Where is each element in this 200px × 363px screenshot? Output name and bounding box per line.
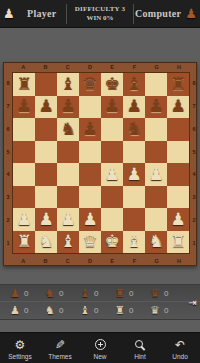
coordinate-label: 3: [4, 186, 12, 209]
square-d1[interactable]: ♛: [79, 231, 101, 254]
white-captured-bishop-counter: ♝0: [80, 305, 115, 316]
square-h3[interactable]: [167, 186, 189, 209]
coordinate-label: E: [101, 63, 123, 72]
coordinate-label: 7: [4, 95, 12, 118]
black-pawn[interactable]: ♟: [170, 98, 185, 115]
captured-count: 0: [164, 289, 168, 298]
coordinate-label: 4: [4, 163, 12, 186]
white-pawn-icon: ♟: [3, 7, 15, 20]
file-labels-top: ABCDEFGH: [12, 63, 190, 72]
square-g4[interactable]: ♟: [145, 163, 167, 186]
black-knight[interactable]: ♞: [126, 121, 141, 138]
square-h7[interactable]: ♟: [167, 96, 189, 119]
brown-pawn-icon: ♟: [185, 7, 197, 20]
square-e7[interactable]: ♟: [101, 96, 123, 119]
undo-arrow-icon: ↶: [175, 338, 185, 352]
coordinate-label: 6: [4, 118, 12, 141]
rank-labels-right: 87654321: [190, 72, 198, 254]
captured-count: 0: [164, 306, 168, 315]
chess-board-frame: ABCDEFGH 87654321 87654321 ♜♝♛♚♝♜♟♟♟♟♟♟♟…: [3, 62, 197, 266]
square-c3[interactable]: [57, 186, 79, 209]
top-status-bar: ♟ Player DIFFICULTY 3 WIN 0% Computer ♟: [0, 0, 200, 28]
coordinate-label: 1: [4, 231, 12, 254]
square-e2[interactable]: [101, 208, 123, 231]
coordinate-label: E: [101, 257, 123, 266]
bishop-icon: ♝: [80, 288, 90, 299]
square-b7[interactable]: ♟: [35, 96, 57, 119]
square-e8[interactable]: ♚: [101, 73, 123, 96]
square-b2[interactable]: ♟: [35, 208, 57, 231]
black-knight[interactable]: ♞: [60, 121, 75, 138]
black-captured-bishop-counter: ♝0: [80, 288, 115, 299]
tray-collapse-icon[interactable]: ⇥: [186, 296, 199, 309]
square-f7[interactable]: ♟: [123, 96, 145, 119]
black-rook[interactable]: ♜: [16, 76, 31, 93]
square-f4[interactable]: ♟: [123, 163, 145, 186]
square-g3[interactable]: [145, 186, 167, 209]
hint-label: Hint: [134, 353, 146, 360]
settings-button[interactable]: ⚙ Settings: [0, 333, 40, 363]
knight-icon: ♞: [45, 288, 55, 299]
coordinate-label: 2: [190, 209, 198, 232]
captured-count: 0: [59, 289, 63, 298]
square-b5[interactable]: [35, 141, 57, 164]
black-capture-tray: ♟0♞0♝0♜0♛0: [0, 285, 200, 302]
captured-count: 0: [24, 306, 28, 315]
file-labels-bottom: ABCDEFGH: [12, 255, 190, 267]
square-d3[interactable]: [79, 186, 101, 209]
black-queen[interactable]: ♛: [82, 76, 97, 93]
rook-icon: ♜: [115, 305, 125, 316]
square-b8[interactable]: [35, 73, 57, 96]
coordinate-label: 4: [190, 163, 198, 186]
coordinate-label: A: [12, 63, 34, 72]
coordinate-label: G: [146, 257, 168, 266]
difficulty-label: DIFFICULTY 3: [67, 5, 133, 14]
square-a6[interactable]: [13, 118, 35, 141]
square-h6[interactable]: [167, 118, 189, 141]
square-c5[interactable]: [57, 141, 79, 164]
computer-label: Computer: [134, 8, 182, 19]
white-captured-knight-counter: ♞0: [45, 305, 80, 316]
square-c1[interactable]: ♝: [57, 231, 79, 254]
coordinate-label: H: [168, 257, 190, 266]
square-e3[interactable]: [101, 186, 123, 209]
queen-icon: ♛: [150, 305, 160, 316]
settings-label: Settings: [8, 353, 32, 360]
coordinate-label: 3: [190, 186, 198, 209]
black-captured-queen-counter: ♛0: [150, 288, 185, 299]
white-pawn[interactable]: ♟: [126, 166, 141, 183]
themes-button[interactable]: ✎ Themes: [40, 333, 80, 363]
capture-trays: ♟0♞0♝0♜0♛0 ♟0♞0♝0♜0♛0 ⇥: [0, 284, 200, 320]
coordinate-label: 8: [4, 72, 12, 95]
black-pawn[interactable]: ♟: [16, 98, 31, 115]
brush-icon: ✎: [55, 338, 65, 352]
white-rook[interactable]: ♜: [170, 233, 185, 250]
square-h2[interactable]: ♟: [167, 208, 189, 231]
white-captured-pawn-counter: ♟0: [10, 305, 45, 316]
white-pawn[interactable]: ♟: [104, 166, 119, 183]
square-d7[interactable]: [79, 96, 101, 119]
black-bishop[interactable]: ♝: [60, 76, 75, 93]
white-pawn[interactable]: ♟: [60, 211, 75, 228]
coordinate-label: 1: [190, 231, 198, 254]
captured-count: 0: [129, 306, 133, 315]
black-captured-knight-counter: ♞0: [45, 288, 80, 299]
square-g5[interactable]: [145, 141, 167, 164]
coordinate-label: D: [79, 257, 101, 266]
player-label: Player: [18, 8, 66, 19]
chess-app: ♟ Player DIFFICULTY 3 WIN 0% Computer ♟ …: [0, 0, 200, 363]
square-e1[interactable]: ♚: [101, 231, 123, 254]
bishop-icon: ♝: [80, 305, 90, 316]
square-c8[interactable]: ♝: [57, 73, 79, 96]
undo-button[interactable]: ↶ Undo: [160, 333, 200, 363]
coordinate-label: 5: [190, 140, 198, 163]
square-b4[interactable]: [35, 163, 57, 186]
coordinate-label: C: [57, 257, 79, 266]
white-knight[interactable]: ♞: [148, 233, 163, 250]
rank-labels-left: 87654321: [4, 72, 12, 254]
white-pawn[interactable]: ♟: [170, 211, 185, 228]
white-king[interactable]: ♚: [104, 233, 119, 250]
white-pawn[interactable]: ♟: [38, 211, 53, 228]
coordinate-label: F: [123, 63, 145, 72]
chess-board: ♜♝♛♚♝♜♟♟♟♟♟♟♟♞♟♞♟♟♟♟♟♟♟♟♜♞♝♛♚♝♞♜: [12, 72, 190, 254]
coordinate-label: C: [57, 63, 79, 72]
plus-circle-icon: [95, 338, 106, 352]
square-g6[interactable]: [145, 118, 167, 141]
black-pawn[interactable]: ♟: [60, 98, 75, 115]
coordinate-label: 7: [190, 95, 198, 118]
magnifier-icon: [137, 338, 143, 352]
undo-label: Undo: [172, 353, 188, 360]
white-knight[interactable]: ♞: [38, 233, 53, 250]
new-game-button[interactable]: New: [80, 333, 120, 363]
coordinate-label: H: [168, 63, 190, 72]
square-a1[interactable]: ♜: [13, 231, 35, 254]
square-g8[interactable]: [145, 73, 167, 96]
square-c6[interactable]: ♞: [57, 118, 79, 141]
white-queen[interactable]: ♛: [82, 233, 97, 250]
coordinate-label: 5: [4, 140, 12, 163]
coordinate-label: A: [12, 257, 34, 266]
white-captured-queen-counter: ♛0: [150, 305, 185, 316]
pawn-icon: ♟: [10, 305, 20, 316]
white-captured-rook-counter: ♜0: [115, 305, 150, 316]
win-percent-label: WIN 0%: [67, 14, 133, 23]
coordinate-label: F: [123, 257, 145, 266]
square-d2[interactable]: ♟: [79, 208, 101, 231]
square-a7[interactable]: ♟: [13, 96, 35, 119]
square-f6[interactable]: ♞: [123, 118, 145, 141]
square-d6[interactable]: ♟: [79, 118, 101, 141]
square-b1[interactable]: ♞: [35, 231, 57, 254]
square-a3[interactable]: [13, 186, 35, 209]
white-bishop[interactable]: ♝: [126, 233, 141, 250]
black-rook[interactable]: ♜: [170, 76, 185, 93]
black-pawn[interactable]: ♟: [38, 98, 53, 115]
pawn-icon: ♟: [10, 288, 20, 299]
square-h5[interactable]: [167, 141, 189, 164]
captured-count: 0: [129, 289, 133, 298]
coordinate-label: D: [79, 63, 101, 72]
white-bishop[interactable]: ♝: [60, 233, 75, 250]
square-b6[interactable]: [35, 118, 57, 141]
bottom-toolbar: ⚙ Settings ✎ Themes New Hint ↶ Undo: [0, 332, 200, 363]
square-d4[interactable]: [79, 163, 101, 186]
square-c4[interactable]: [57, 163, 79, 186]
square-g7[interactable]: ♟: [145, 96, 167, 119]
coordinate-label: B: [34, 63, 56, 72]
square-f3[interactable]: [123, 186, 145, 209]
black-pawn[interactable]: ♟: [104, 98, 119, 115]
square-e6[interactable]: [101, 118, 123, 141]
black-captured-pawn-counter: ♟0: [10, 288, 45, 299]
queen-icon: ♛: [150, 288, 160, 299]
square-b3[interactable]: [35, 186, 57, 209]
white-pawn[interactable]: ♟: [148, 166, 163, 183]
square-a2[interactable]: ♟: [13, 208, 35, 231]
square-e5[interactable]: [101, 141, 123, 164]
black-captured-rook-counter: ♜0: [115, 288, 150, 299]
black-pawn[interactable]: ♟: [126, 98, 141, 115]
coordinate-label: 2: [4, 209, 12, 232]
square-h8[interactable]: ♜: [167, 73, 189, 96]
hint-button[interactable]: Hint: [120, 333, 160, 363]
coordinate-label: 6: [190, 118, 198, 141]
square-a8[interactable]: ♜: [13, 73, 35, 96]
captured-count: 0: [24, 289, 28, 298]
coordinate-label: G: [146, 63, 168, 72]
square-h1[interactable]: ♜: [167, 231, 189, 254]
square-a4[interactable]: [13, 163, 35, 186]
square-f1[interactable]: ♝: [123, 231, 145, 254]
themes-label: Themes: [48, 353, 71, 360]
square-f2[interactable]: [123, 208, 145, 231]
difficulty-block: DIFFICULTY 3 WIN 0%: [67, 5, 133, 23]
black-pawn[interactable]: ♟: [148, 98, 163, 115]
captured-count: 0: [94, 289, 98, 298]
square-g2[interactable]: [145, 208, 167, 231]
captured-count: 0: [59, 306, 63, 315]
square-f8[interactable]: ♝: [123, 73, 145, 96]
gear-icon: ⚙: [15, 338, 26, 352]
square-d5[interactable]: [79, 141, 101, 164]
square-e4[interactable]: ♟: [101, 163, 123, 186]
white-capture-tray: ♟0♞0♝0♜0♛0: [0, 302, 200, 319]
square-a5[interactable]: [13, 141, 35, 164]
white-rook[interactable]: ♜: [16, 233, 31, 250]
knight-icon: ♞: [45, 305, 55, 316]
new-label: New: [93, 353, 106, 360]
white-pawn[interactable]: ♟: [82, 211, 97, 228]
square-g1[interactable]: ♞: [145, 231, 167, 254]
square-d8[interactable]: ♛: [79, 73, 101, 96]
coordinate-label: B: [34, 257, 56, 266]
square-h4[interactable]: [167, 163, 189, 186]
square-f5[interactable]: [123, 141, 145, 164]
captured-count: 0: [94, 306, 98, 315]
square-c2[interactable]: ♟: [57, 208, 79, 231]
rook-icon: ♜: [115, 288, 125, 299]
black-pawn[interactable]: ♟: [82, 121, 97, 138]
black-king[interactable]: ♚: [104, 76, 119, 93]
coordinate-label: 8: [190, 72, 198, 95]
white-pawn[interactable]: ♟: [16, 211, 31, 228]
square-c7[interactable]: ♟: [57, 96, 79, 119]
black-bishop[interactable]: ♝: [126, 76, 141, 93]
